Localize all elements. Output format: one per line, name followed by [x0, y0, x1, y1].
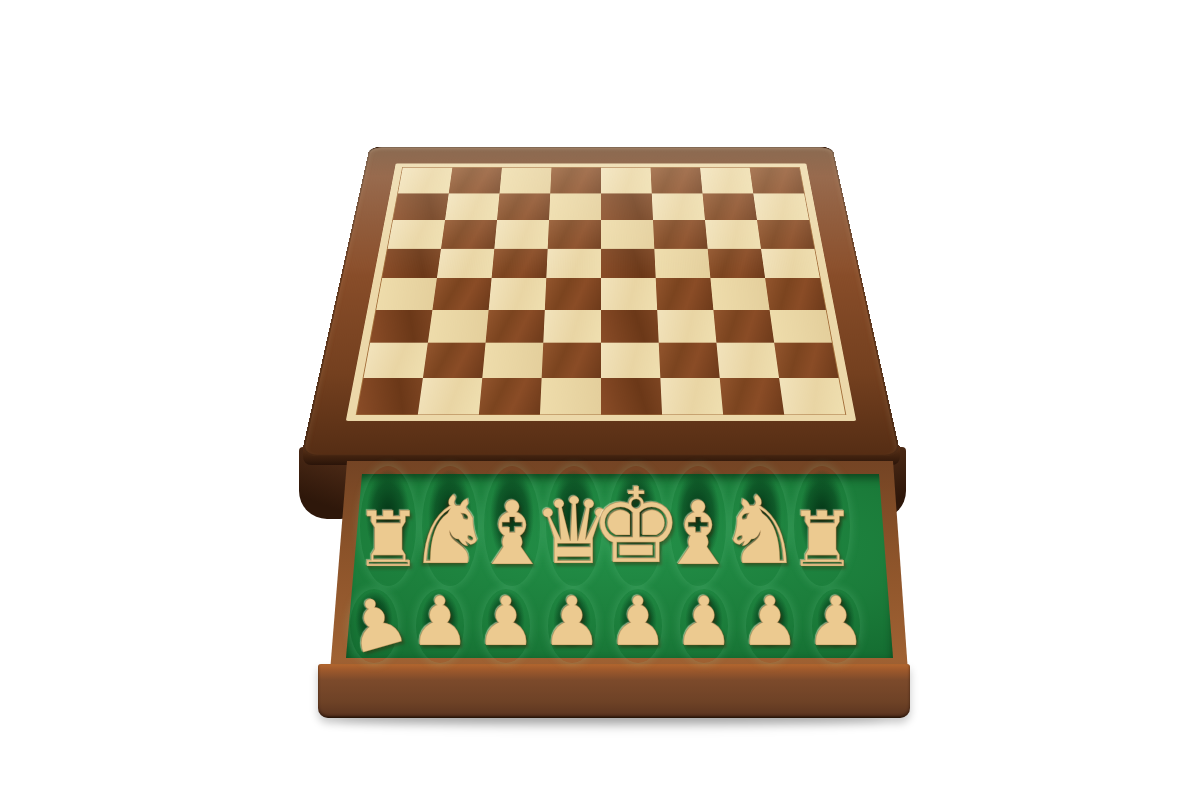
light-pawn-piece: ♟︎: [806, 588, 867, 656]
square-g8[interactable]: [700, 168, 753, 194]
square-b8[interactable]: [449, 168, 502, 194]
square-e6[interactable]: [601, 220, 654, 248]
square-h7[interactable]: [753, 193, 809, 220]
square-c1[interactable]: [479, 378, 542, 415]
light-pawn-piece: ♟︎: [674, 588, 735, 656]
square-c4[interactable]: [489, 278, 547, 309]
drawer-slot-pawns-3-pawn[interactable]: ♟︎: [473, 592, 539, 656]
chess-box-lid: [300, 116, 902, 456]
light-pawn-piece: ♟︎: [410, 588, 471, 656]
square-c5[interactable]: [492, 248, 548, 278]
drawer-front-panel[interactable]: [318, 664, 910, 718]
square-c7[interactable]: [497, 193, 550, 220]
square-g3[interactable]: [713, 310, 774, 343]
square-h1[interactable]: [779, 378, 845, 415]
square-f4[interactable]: [656, 278, 714, 309]
square-h4[interactable]: [765, 278, 826, 309]
square-a5[interactable]: [382, 248, 441, 278]
square-e4[interactable]: [601, 278, 657, 309]
square-g1[interactable]: [720, 378, 785, 415]
square-b5[interactable]: [437, 248, 494, 278]
square-g4[interactable]: [710, 278, 769, 309]
square-f1[interactable]: [660, 378, 723, 415]
square-b3[interactable]: [428, 310, 489, 343]
drawer-slot-pawns-7-pawn[interactable]: ♟︎: [737, 592, 803, 656]
drawer-slot-pawns-5-pawn[interactable]: ♟︎: [605, 592, 671, 656]
square-a8[interactable]: [398, 168, 452, 194]
square-c6[interactable]: [494, 220, 549, 248]
square-f3[interactable]: [657, 310, 716, 343]
light-pawn-piece: ♟︎: [740, 588, 801, 656]
square-a3[interactable]: [370, 310, 432, 343]
drawer-slot-pawns-4-pawn[interactable]: ♟︎: [539, 592, 605, 656]
light-pawn-piece: ♟︎: [337, 584, 414, 666]
square-f5[interactable]: [654, 248, 710, 278]
drawer-slot-pawns-8-pawn[interactable]: ♟︎: [803, 592, 869, 656]
square-d1[interactable]: [540, 378, 601, 415]
drawer-row-back: ♜♞♝♛♚♝♞♜: [357, 472, 853, 578]
square-e8[interactable]: [601, 168, 652, 194]
square-d8[interactable]: [550, 168, 601, 194]
square-e1[interactable]: [601, 378, 662, 415]
square-b7[interactable]: [445, 193, 500, 220]
square-a4[interactable]: [376, 278, 437, 309]
drawer-slot-pawns-1-pawn[interactable]: ♟︎: [341, 592, 407, 656]
product-photo-stage: ♜♞♝♛♚♝♞♜ ♟︎♟︎♟︎♟︎♟︎♟︎♟︎♟︎: [0, 0, 1200, 800]
square-a7[interactable]: [393, 193, 449, 220]
maple-border: [346, 163, 856, 420]
board-frame: [301, 147, 901, 456]
square-f7[interactable]: [652, 193, 705, 220]
square-a6[interactable]: [388, 220, 445, 248]
square-g2[interactable]: [716, 343, 779, 378]
square-a1[interactable]: [357, 378, 423, 415]
square-d6[interactable]: [548, 220, 601, 248]
square-h3[interactable]: [770, 310, 832, 343]
square-c3[interactable]: [486, 310, 545, 343]
drawer-slot-back-7-knight[interactable]: ♞: [729, 472, 791, 578]
light-pawn-piece: ♟︎: [542, 588, 603, 656]
drawer-row-pawns: ♟︎♟︎♟︎♟︎♟︎♟︎♟︎♟︎: [341, 592, 869, 656]
board-grid: [357, 168, 846, 415]
light-rook-piece: ♜: [788, 502, 856, 578]
square-b4[interactable]: [432, 278, 491, 309]
square-e5[interactable]: [601, 248, 656, 278]
square-a2[interactable]: [364, 343, 428, 378]
square-h5[interactable]: [761, 248, 820, 278]
square-d3[interactable]: [543, 310, 601, 343]
square-f2[interactable]: [659, 343, 720, 378]
square-g5[interactable]: [708, 248, 765, 278]
square-d2[interactable]: [542, 343, 601, 378]
square-c2[interactable]: [482, 343, 543, 378]
square-e2[interactable]: [601, 343, 660, 378]
square-g6[interactable]: [705, 220, 761, 248]
square-b1[interactable]: [418, 378, 483, 415]
square-e3[interactable]: [601, 310, 659, 343]
square-d7[interactable]: [549, 193, 601, 220]
square-h2[interactable]: [774, 343, 838, 378]
light-pawn-piece: ♟︎: [608, 588, 669, 656]
light-pawn-piece: ♟︎: [476, 588, 537, 656]
square-c8[interactable]: [500, 168, 552, 194]
square-f8[interactable]: [651, 168, 703, 194]
square-e7[interactable]: [601, 193, 653, 220]
square-h6[interactable]: [757, 220, 814, 248]
square-g7[interactable]: [702, 193, 757, 220]
drawer-slot-pawns-6-pawn[interactable]: ♟︎: [671, 592, 737, 656]
square-f6[interactable]: [653, 220, 708, 248]
square-b6[interactable]: [441, 220, 497, 248]
drawer-slot-pawns-2-pawn[interactable]: ♟︎: [407, 592, 473, 656]
square-d5[interactable]: [546, 248, 601, 278]
square-h8[interactable]: [750, 168, 804, 194]
square-b2[interactable]: [423, 343, 486, 378]
square-d4[interactable]: [545, 278, 601, 309]
